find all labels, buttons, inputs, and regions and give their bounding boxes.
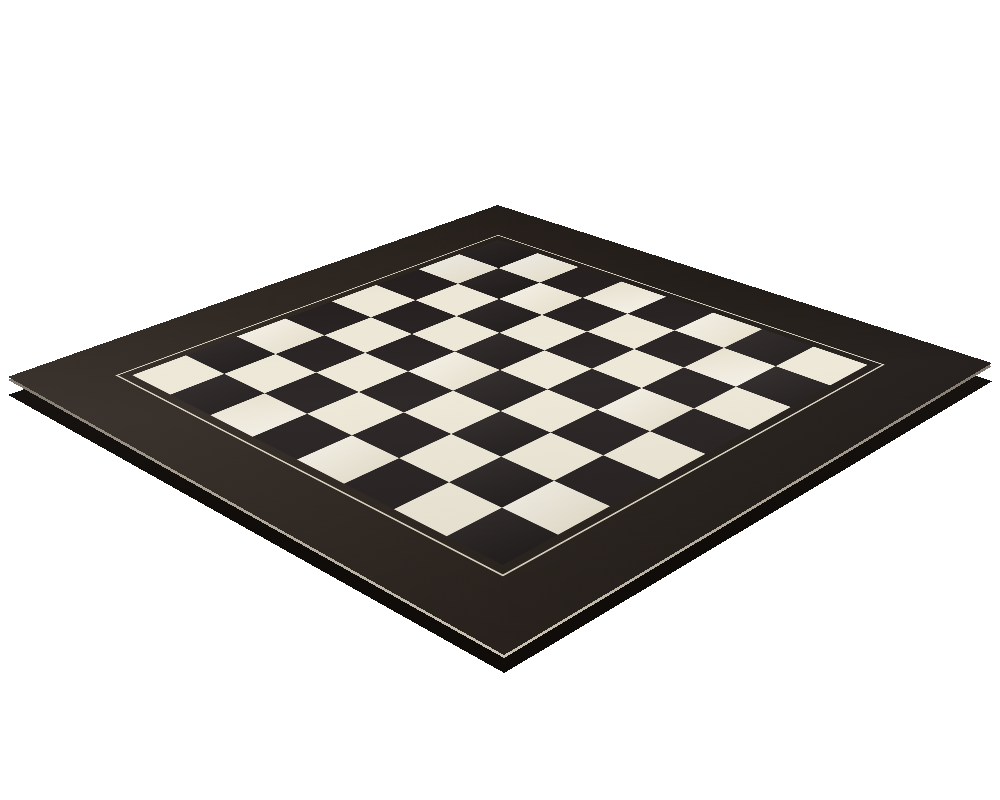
chess-board-3d xyxy=(0,0,1000,800)
chess-board xyxy=(8,205,992,655)
product-photo xyxy=(0,0,1000,800)
